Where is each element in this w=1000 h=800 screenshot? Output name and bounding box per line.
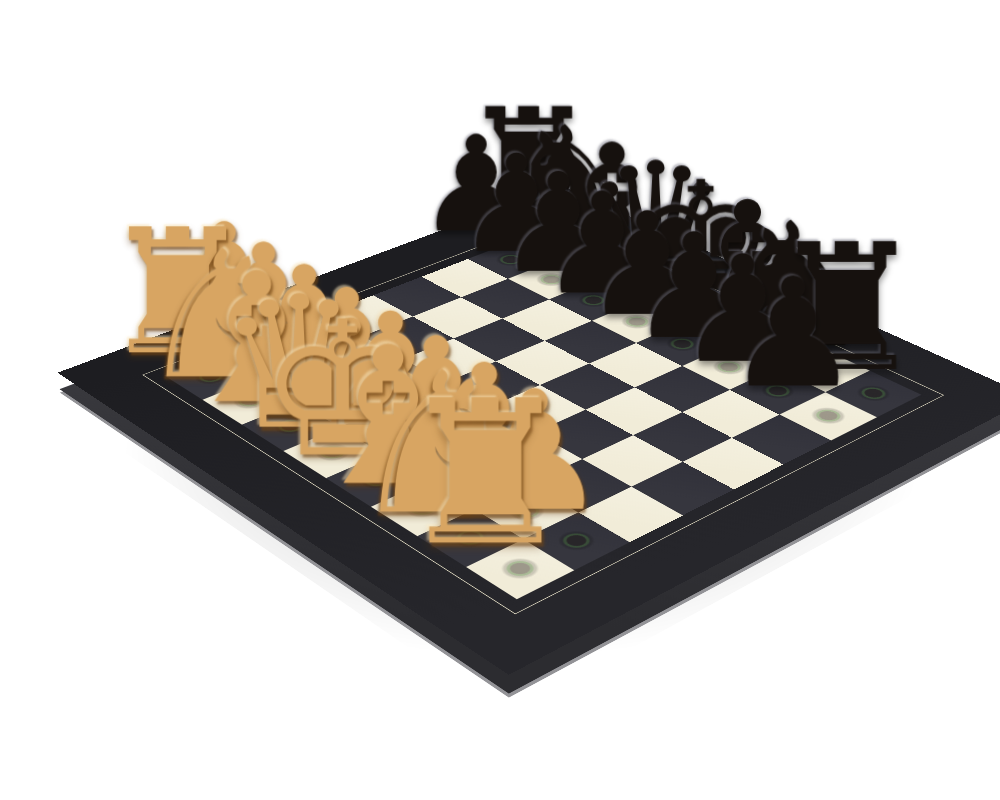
square-h5 xyxy=(683,438,784,490)
product-photo-stage: ♜♞♝♛♚♝♞♜♟♟♟♟♟♟♟♟♟♟♟♟♟♟♟♟♜♞♝♛♚♝♞♜ xyxy=(0,0,1000,800)
white-rook-glyph: ♜ xyxy=(100,197,255,388)
piece-base-shadow xyxy=(568,249,624,274)
piece-base-shadow xyxy=(445,465,512,500)
camera-scene: ♜♞♝♛♚♝♞♜♟♟♟♟♟♟♟♟♟♟♟♟♟♟♟♟♜♞♝♛♚♝♞♜ xyxy=(0,0,1000,800)
black-rook-h8: ♜ xyxy=(725,212,969,405)
white-knight-glyph: ♞ xyxy=(138,218,296,412)
square-e5 xyxy=(540,364,635,410)
piece-base-shadow xyxy=(492,492,561,529)
piece-base-shadow xyxy=(792,354,854,384)
square-c2: ♟ xyxy=(298,380,394,427)
piece-base-shadow xyxy=(744,332,805,360)
piece-base-shadow xyxy=(564,287,622,313)
piece-base-shadow xyxy=(484,549,555,589)
piece-base-shadow xyxy=(343,462,410,497)
piece-base-shadow xyxy=(435,518,505,556)
piece-base-shadow xyxy=(796,400,860,432)
piece-base-shadow xyxy=(528,230,583,254)
piece-base-shadow xyxy=(356,412,420,444)
piece-base-shadow xyxy=(698,352,760,381)
black-pawn-h7: ♟ xyxy=(669,234,918,431)
square-f3 xyxy=(482,433,582,484)
piece-base-shadow xyxy=(523,267,580,292)
piece-base-shadow xyxy=(388,490,456,526)
piece-base-shadow xyxy=(652,330,713,358)
piece-base-shadow xyxy=(399,438,465,472)
white-pawn-glyph: ♟ xyxy=(160,182,289,370)
piece-base-shadow xyxy=(259,410,323,442)
square-a1: ♜ xyxy=(164,354,257,399)
black-pawn-glyph: ♟ xyxy=(417,98,536,271)
piece-base-shadow xyxy=(300,435,365,469)
black-knight-glyph: ♞ xyxy=(499,97,640,270)
piece-base-shadow xyxy=(697,310,757,337)
chess-board: ♜♞♝♛♚♝♞♜♟♟♟♟♟♟♟♟♟♟♟♟♟♟♟♟♜♞♝♛♚♝♞♜ xyxy=(57,186,1000,675)
square-a3 xyxy=(272,314,363,356)
piece-base-shadow xyxy=(610,269,668,295)
piece-base-shadow xyxy=(274,364,336,394)
piece-base-shadow xyxy=(541,521,611,559)
board-top-face: ♜♞♝♛♚♝♞♜♟♟♟♟♟♟♟♟♟♟♟♟♟♟♟♟♜♞♝♛♚♝♞♜ xyxy=(57,186,1000,675)
black-rook-a8: ♜ xyxy=(421,81,636,251)
piece-base-shadow xyxy=(219,385,282,416)
piece-base-shadow xyxy=(180,361,242,391)
piece-base-shadow xyxy=(483,247,539,272)
piece-base-shadow xyxy=(607,308,666,335)
black-rook-glyph: ♜ xyxy=(460,81,598,251)
piece-base-shadow xyxy=(653,289,712,315)
piece-base-shadow xyxy=(314,387,377,418)
